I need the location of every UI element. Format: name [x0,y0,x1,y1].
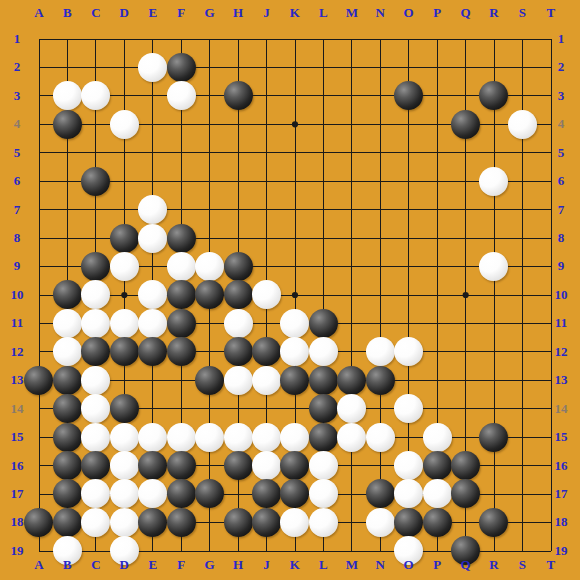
intersection-N18[interactable] [366,508,394,536]
intersection-G14[interactable] [195,394,223,422]
intersection-S13[interactable] [508,366,536,394]
intersection-N6[interactable] [366,167,394,195]
intersection-B11[interactable] [53,309,81,337]
intersection-F3[interactable] [167,82,195,110]
intersection-Q7[interactable] [451,195,479,223]
intersection-L2[interactable] [309,53,337,81]
intersection-G11[interactable] [195,309,223,337]
intersection-O16[interactable] [394,451,422,479]
intersection-R9[interactable] [480,252,508,280]
intersection-O11[interactable] [394,309,422,337]
intersection-P1[interactable] [423,25,451,53]
intersection-J8[interactable] [252,224,280,252]
intersection-E2[interactable] [139,53,167,81]
intersection-L13[interactable] [309,366,337,394]
intersection-K18[interactable] [281,508,309,536]
intersection-R14[interactable] [480,394,508,422]
intersection-E15[interactable] [139,423,167,451]
intersection-N7[interactable] [366,195,394,223]
intersection-J14[interactable] [252,394,280,422]
intersection-F2[interactable] [167,53,195,81]
intersection-Q15[interactable] [451,423,479,451]
intersection-A11[interactable] [25,309,53,337]
intersection-F12[interactable] [167,338,195,366]
intersection-L6[interactable] [309,167,337,195]
intersection-J19[interactable] [252,537,280,565]
intersection-P19[interactable] [423,537,451,565]
intersection-O18[interactable] [394,508,422,536]
intersection-J17[interactable] [252,480,280,508]
intersection-P3[interactable] [423,82,451,110]
intersection-F8[interactable] [167,224,195,252]
intersection-M18[interactable] [338,508,366,536]
intersection-K16[interactable] [281,451,309,479]
intersection-G2[interactable] [195,53,223,81]
intersection-Q19[interactable] [451,537,479,565]
intersection-F1[interactable] [167,25,195,53]
intersection-E3[interactable] [139,82,167,110]
intersection-R12[interactable] [480,338,508,366]
intersection-Q6[interactable] [451,167,479,195]
intersection-Q17[interactable] [451,480,479,508]
intersection-Q3[interactable] [451,82,479,110]
intersection-T16[interactable] [537,451,565,479]
intersection-O1[interactable] [394,25,422,53]
intersection-K11[interactable] [281,309,309,337]
intersection-T11[interactable] [537,309,565,337]
intersection-C7[interactable] [82,195,110,223]
intersection-T19[interactable] [537,537,565,565]
intersection-C1[interactable] [82,25,110,53]
intersection-R6[interactable] [480,167,508,195]
intersection-F18[interactable] [167,508,195,536]
intersection-A12[interactable] [25,338,53,366]
intersection-O6[interactable] [394,167,422,195]
intersection-T17[interactable] [537,480,565,508]
intersection-A8[interactable] [25,224,53,252]
intersection-N17[interactable] [366,480,394,508]
intersection-Q4[interactable] [451,110,479,138]
intersection-D1[interactable] [110,25,138,53]
intersection-J2[interactable] [252,53,280,81]
intersection-D16[interactable] [110,451,138,479]
intersection-Q10[interactable] [451,281,479,309]
intersection-S7[interactable] [508,195,536,223]
intersection-B1[interactable] [53,25,81,53]
intersection-L4[interactable] [309,110,337,138]
intersection-Q16[interactable] [451,451,479,479]
intersection-N14[interactable] [366,394,394,422]
intersection-L3[interactable] [309,82,337,110]
intersection-L7[interactable] [309,195,337,223]
intersection-D17[interactable] [110,480,138,508]
intersection-L5[interactable] [309,139,337,167]
intersection-F7[interactable] [167,195,195,223]
intersection-O9[interactable] [394,252,422,280]
intersection-E16[interactable] [139,451,167,479]
intersection-C12[interactable] [82,338,110,366]
intersection-Q13[interactable] [451,366,479,394]
intersection-D10[interactable] [110,281,138,309]
intersection-E14[interactable] [139,394,167,422]
intersection-O7[interactable] [394,195,422,223]
intersection-E6[interactable] [139,167,167,195]
intersection-B14[interactable] [53,394,81,422]
intersection-C18[interactable] [82,508,110,536]
intersection-M2[interactable] [338,53,366,81]
intersection-P14[interactable] [423,394,451,422]
intersection-K15[interactable] [281,423,309,451]
intersection-A1[interactable] [25,25,53,53]
intersection-T15[interactable] [537,423,565,451]
intersection-L18[interactable] [309,508,337,536]
intersection-O14[interactable] [394,394,422,422]
intersection-T14[interactable] [537,394,565,422]
intersection-B13[interactable] [53,366,81,394]
intersection-K5[interactable] [281,139,309,167]
intersection-T13[interactable] [537,366,565,394]
intersection-C6[interactable] [82,167,110,195]
intersection-H13[interactable] [224,366,252,394]
intersection-H10[interactable] [224,281,252,309]
intersection-M19[interactable] [338,537,366,565]
intersection-A3[interactable] [25,82,53,110]
intersection-S19[interactable] [508,537,536,565]
intersection-P18[interactable] [423,508,451,536]
intersection-J13[interactable] [252,366,280,394]
intersection-G16[interactable] [195,451,223,479]
intersection-Q1[interactable] [451,25,479,53]
intersection-R3[interactable] [480,82,508,110]
intersection-J9[interactable] [252,252,280,280]
intersection-S16[interactable] [508,451,536,479]
intersection-M10[interactable] [338,281,366,309]
intersection-O17[interactable] [394,480,422,508]
intersection-E10[interactable] [139,281,167,309]
intersection-B2[interactable] [53,53,81,81]
intersection-E11[interactable] [139,309,167,337]
intersection-A4[interactable] [25,110,53,138]
intersection-B10[interactable] [53,281,81,309]
intersection-C15[interactable] [82,423,110,451]
intersection-O4[interactable] [394,110,422,138]
intersection-C19[interactable] [82,537,110,565]
intersection-R19[interactable] [480,537,508,565]
intersection-E9[interactable] [139,252,167,280]
intersection-R13[interactable] [480,366,508,394]
intersection-K7[interactable] [281,195,309,223]
intersection-G5[interactable] [195,139,223,167]
intersection-T12[interactable] [537,338,565,366]
intersection-N12[interactable] [366,338,394,366]
intersection-J4[interactable] [252,110,280,138]
intersection-P13[interactable] [423,366,451,394]
intersection-M7[interactable] [338,195,366,223]
intersection-K8[interactable] [281,224,309,252]
intersection-A19[interactable] [25,537,53,565]
intersection-A14[interactable] [25,394,53,422]
intersection-D2[interactable] [110,53,138,81]
intersection-K1[interactable] [281,25,309,53]
intersection-O2[interactable] [394,53,422,81]
intersection-P12[interactable] [423,338,451,366]
intersection-G1[interactable] [195,25,223,53]
intersection-A18[interactable] [25,508,53,536]
intersection-M11[interactable] [338,309,366,337]
intersection-C13[interactable] [82,366,110,394]
intersection-L19[interactable] [309,537,337,565]
intersection-G9[interactable] [195,252,223,280]
intersection-N16[interactable] [366,451,394,479]
intersection-E4[interactable] [139,110,167,138]
intersection-A16[interactable] [25,451,53,479]
intersection-C14[interactable] [82,394,110,422]
intersection-J18[interactable] [252,508,280,536]
intersection-R16[interactable] [480,451,508,479]
intersection-S9[interactable] [508,252,536,280]
intersection-S11[interactable] [508,309,536,337]
intersection-R10[interactable] [480,281,508,309]
intersection-C4[interactable] [82,110,110,138]
intersection-S10[interactable] [508,281,536,309]
intersection-H9[interactable] [224,252,252,280]
intersection-T5[interactable] [537,139,565,167]
intersection-G13[interactable] [195,366,223,394]
intersection-H1[interactable] [224,25,252,53]
intersection-B12[interactable] [53,338,81,366]
intersection-S8[interactable] [508,224,536,252]
intersection-B6[interactable] [53,167,81,195]
intersection-N10[interactable] [366,281,394,309]
intersection-D6[interactable] [110,167,138,195]
intersection-S5[interactable] [508,139,536,167]
intersection-H8[interactable] [224,224,252,252]
intersection-A10[interactable] [25,281,53,309]
intersection-B4[interactable] [53,110,81,138]
intersection-R17[interactable] [480,480,508,508]
intersection-N15[interactable] [366,423,394,451]
intersection-A15[interactable] [25,423,53,451]
intersection-M17[interactable] [338,480,366,508]
intersection-G7[interactable] [195,195,223,223]
intersection-N1[interactable] [366,25,394,53]
intersection-E18[interactable] [139,508,167,536]
intersection-H5[interactable] [224,139,252,167]
intersection-H14[interactable] [224,394,252,422]
intersection-S3[interactable] [508,82,536,110]
intersection-C2[interactable] [82,53,110,81]
intersection-J6[interactable] [252,167,280,195]
intersection-S2[interactable] [508,53,536,81]
intersection-H19[interactable] [224,537,252,565]
intersection-E8[interactable] [139,224,167,252]
intersection-F9[interactable] [167,252,195,280]
intersection-C5[interactable] [82,139,110,167]
intersection-H15[interactable] [224,423,252,451]
intersection-P11[interactable] [423,309,451,337]
intersection-Q5[interactable] [451,139,479,167]
intersection-C16[interactable] [82,451,110,479]
intersection-R18[interactable] [480,508,508,536]
intersection-J16[interactable] [252,451,280,479]
intersection-P6[interactable] [423,167,451,195]
intersection-B17[interactable] [53,480,81,508]
intersection-N19[interactable] [366,537,394,565]
intersection-F13[interactable] [167,366,195,394]
intersection-O15[interactable] [394,423,422,451]
intersection-M3[interactable] [338,82,366,110]
intersection-J12[interactable] [252,338,280,366]
intersection-P7[interactable] [423,195,451,223]
intersection-K4[interactable] [281,110,309,138]
intersection-O12[interactable] [394,338,422,366]
intersection-P17[interactable] [423,480,451,508]
intersection-J1[interactable] [252,25,280,53]
intersection-N4[interactable] [366,110,394,138]
intersection-F14[interactable] [167,394,195,422]
intersection-P8[interactable] [423,224,451,252]
intersection-B7[interactable] [53,195,81,223]
intersection-O19[interactable] [394,537,422,565]
intersection-T9[interactable] [537,252,565,280]
intersection-Q2[interactable] [451,53,479,81]
intersection-G8[interactable] [195,224,223,252]
intersection-Q12[interactable] [451,338,479,366]
intersection-S6[interactable] [508,167,536,195]
intersection-C3[interactable] [82,82,110,110]
intersection-T2[interactable] [537,53,565,81]
intersection-T10[interactable] [537,281,565,309]
intersection-L12[interactable] [309,338,337,366]
intersection-B5[interactable] [53,139,81,167]
intersection-G4[interactable] [195,110,223,138]
intersection-E1[interactable] [139,25,167,53]
intersection-T1[interactable] [537,25,565,53]
intersection-D8[interactable] [110,224,138,252]
intersection-K14[interactable] [281,394,309,422]
intersection-B15[interactable] [53,423,81,451]
intersection-T18[interactable] [537,508,565,536]
intersection-L16[interactable] [309,451,337,479]
intersection-K13[interactable] [281,366,309,394]
intersection-A13[interactable] [25,366,53,394]
intersection-H3[interactable] [224,82,252,110]
intersection-M16[interactable] [338,451,366,479]
intersection-A2[interactable] [25,53,53,81]
intersection-S17[interactable] [508,480,536,508]
intersection-E13[interactable] [139,366,167,394]
intersection-C8[interactable] [82,224,110,252]
intersection-O5[interactable] [394,139,422,167]
intersection-S18[interactable] [508,508,536,536]
intersection-K9[interactable] [281,252,309,280]
intersection-T3[interactable] [537,82,565,110]
intersection-K10[interactable] [281,281,309,309]
intersection-O13[interactable] [394,366,422,394]
intersection-H12[interactable] [224,338,252,366]
intersection-Q11[interactable] [451,309,479,337]
intersection-D9[interactable] [110,252,138,280]
intersection-P5[interactable] [423,139,451,167]
intersection-P2[interactable] [423,53,451,81]
intersection-D15[interactable] [110,423,138,451]
intersection-C10[interactable] [82,281,110,309]
intersection-P4[interactable] [423,110,451,138]
intersection-L14[interactable] [309,394,337,422]
intersection-S4[interactable] [508,110,536,138]
intersection-G15[interactable] [195,423,223,451]
intersection-M13[interactable] [338,366,366,394]
intersection-H11[interactable] [224,309,252,337]
intersection-L11[interactable] [309,309,337,337]
intersection-K12[interactable] [281,338,309,366]
intersection-J3[interactable] [252,82,280,110]
intersection-O10[interactable] [394,281,422,309]
intersection-M8[interactable] [338,224,366,252]
intersection-P15[interactable] [423,423,451,451]
intersection-D12[interactable] [110,338,138,366]
intersection-H18[interactable] [224,508,252,536]
intersection-F10[interactable] [167,281,195,309]
intersection-C9[interactable] [82,252,110,280]
intersection-M14[interactable] [338,394,366,422]
intersection-S1[interactable] [508,25,536,53]
intersection-H6[interactable] [224,167,252,195]
intersection-G6[interactable] [195,167,223,195]
intersection-H17[interactable] [224,480,252,508]
intersection-S12[interactable] [508,338,536,366]
intersection-T4[interactable] [537,110,565,138]
intersection-B8[interactable] [53,224,81,252]
intersection-F19[interactable] [167,537,195,565]
intersection-J11[interactable] [252,309,280,337]
intersection-N2[interactable] [366,53,394,81]
intersection-C17[interactable] [82,480,110,508]
intersection-O8[interactable] [394,224,422,252]
intersection-J5[interactable] [252,139,280,167]
intersection-C11[interactable] [82,309,110,337]
intersection-G3[interactable] [195,82,223,110]
intersection-E19[interactable] [139,537,167,565]
intersection-T7[interactable] [537,195,565,223]
intersection-B3[interactable] [53,82,81,110]
intersection-K2[interactable] [281,53,309,81]
intersection-B16[interactable] [53,451,81,479]
intersection-G19[interactable] [195,537,223,565]
intersection-J15[interactable] [252,423,280,451]
intersection-G10[interactable] [195,281,223,309]
intersection-D4[interactable] [110,110,138,138]
intersection-H4[interactable] [224,110,252,138]
intersection-D14[interactable] [110,394,138,422]
intersection-M4[interactable] [338,110,366,138]
intersection-R1[interactable] [480,25,508,53]
intersection-P9[interactable] [423,252,451,280]
intersection-F5[interactable] [167,139,195,167]
intersection-M12[interactable] [338,338,366,366]
intersection-M5[interactable] [338,139,366,167]
intersection-P10[interactable] [423,281,451,309]
intersection-G12[interactable] [195,338,223,366]
intersection-S14[interactable] [508,394,536,422]
intersection-F16[interactable] [167,451,195,479]
intersection-B18[interactable] [53,508,81,536]
intersection-G18[interactable] [195,508,223,536]
intersection-E17[interactable] [139,480,167,508]
intersection-N13[interactable] [366,366,394,394]
intersection-N8[interactable] [366,224,394,252]
intersection-T8[interactable] [537,224,565,252]
